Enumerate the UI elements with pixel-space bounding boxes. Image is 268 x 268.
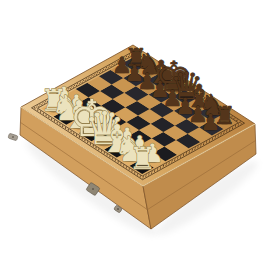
black-pawn-a7: ♟ xyxy=(201,109,221,135)
scene-svg: ♜♟♞♟♝♟♚♟♛♟♟♝♜♟♟♞♞♟♟♜♝♟♟♚♟♛♟♝♟♞♟♜ xyxy=(0,0,268,268)
chess-set-photo: ♜♟♞♟♝♟♚♟♛♟♟♝♜♟♟♞♞♟♟♜♝♟♟♚♟♛♟♝♟♞♟♜ xyxy=(0,0,268,268)
hinge-pin xyxy=(8,133,18,141)
white-rook-a1: ♜ xyxy=(129,141,156,176)
